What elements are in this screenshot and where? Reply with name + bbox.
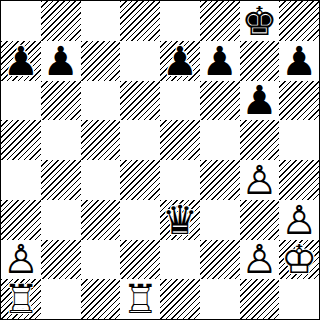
square-a4[interactable] (1, 160, 41, 200)
piece-black-pawn[interactable]: ♟♟ (279, 41, 319, 81)
square-a6[interactable] (1, 81, 41, 121)
white-pawn-glyph: ♙ (279, 200, 319, 240)
square-g6[interactable]: ♟♟ (240, 81, 280, 121)
square-h1[interactable] (279, 279, 319, 319)
square-g2[interactable]: ♟♙ (240, 240, 280, 280)
piece-white-pawn[interactable]: ♟♙ (240, 240, 280, 280)
square-c3[interactable] (81, 200, 121, 240)
piece-black-pawn[interactable]: ♟♟ (41, 41, 81, 81)
square-c2[interactable] (81, 240, 121, 280)
square-e1[interactable] (160, 279, 200, 319)
square-h8[interactable] (279, 1, 319, 41)
square-g3[interactable] (240, 200, 280, 240)
square-h6[interactable] (279, 81, 319, 121)
white-king-glyph: ♔ (279, 240, 319, 280)
square-e3[interactable]: ♛♛ (160, 200, 200, 240)
square-a5[interactable] (1, 120, 41, 160)
white-rook-glyph: ♖ (120, 279, 160, 319)
black-pawn-glyph: ♟ (200, 41, 240, 81)
piece-black-queen[interactable]: ♛♛ (160, 200, 200, 240)
piece-white-rook[interactable]: ♜♖ (120, 279, 160, 319)
square-d4[interactable] (120, 160, 160, 200)
square-d1[interactable]: ♜♖ (120, 279, 160, 319)
chess-board: ♚♚♟♟♟♟♟♟♟♟♟♟♟♟♟♙♛♛♟♙♟♙♟♙♚♔♜♖♜♖ (0, 0, 320, 320)
square-d3[interactable] (120, 200, 160, 240)
black-pawn-glyph: ♟ (240, 81, 280, 121)
piece-white-pawn[interactable]: ♟♙ (240, 160, 280, 200)
square-g8[interactable]: ♚♚ (240, 1, 280, 41)
black-pawn-glyph: ♟ (279, 41, 319, 81)
square-f5[interactable] (200, 120, 240, 160)
square-d6[interactable] (120, 81, 160, 121)
white-rook-glyph: ♖ (1, 279, 41, 319)
square-e5[interactable] (160, 120, 200, 160)
square-h5[interactable] (279, 120, 319, 160)
white-pawn-glyph: ♙ (1, 240, 41, 280)
square-c5[interactable] (81, 120, 121, 160)
piece-white-rook[interactable]: ♜♖ (1, 279, 41, 319)
square-d2[interactable] (120, 240, 160, 280)
square-f8[interactable] (200, 1, 240, 41)
square-a3[interactable] (1, 200, 41, 240)
square-h3[interactable]: ♟♙ (279, 200, 319, 240)
square-e4[interactable] (160, 160, 200, 200)
black-king-glyph: ♚ (240, 1, 280, 41)
square-b3[interactable] (41, 200, 81, 240)
square-h4[interactable] (279, 160, 319, 200)
square-f3[interactable] (200, 200, 240, 240)
piece-black-king[interactable]: ♚♚ (240, 1, 280, 41)
piece-white-pawn[interactable]: ♟♙ (279, 200, 319, 240)
square-b6[interactable] (41, 81, 81, 121)
square-f6[interactable] (200, 81, 240, 121)
piece-black-pawn[interactable]: ♟♟ (160, 41, 200, 81)
piece-white-king[interactable]: ♚♔ (279, 240, 319, 280)
square-g5[interactable] (240, 120, 280, 160)
square-f7[interactable]: ♟♟ (200, 41, 240, 81)
piece-black-pawn[interactable]: ♟♟ (1, 41, 41, 81)
square-c8[interactable] (81, 1, 121, 41)
black-queen-glyph: ♛ (160, 200, 200, 240)
piece-black-pawn[interactable]: ♟♟ (200, 41, 240, 81)
square-e7[interactable]: ♟♟ (160, 41, 200, 81)
square-a8[interactable] (1, 1, 41, 41)
square-b4[interactable] (41, 160, 81, 200)
square-g1[interactable] (240, 279, 280, 319)
square-g4[interactable]: ♟♙ (240, 160, 280, 200)
square-a1[interactable]: ♜♖ (1, 279, 41, 319)
square-h7[interactable]: ♟♟ (279, 41, 319, 81)
square-d5[interactable] (120, 120, 160, 160)
square-a7[interactable]: ♟♟ (1, 41, 41, 81)
square-g7[interactable] (240, 41, 280, 81)
square-h2[interactable]: ♚♔ (279, 240, 319, 280)
square-b8[interactable] (41, 1, 81, 41)
square-f2[interactable] (200, 240, 240, 280)
square-f1[interactable] (200, 279, 240, 319)
square-c1[interactable] (81, 279, 121, 319)
square-e6[interactable] (160, 81, 200, 121)
square-e8[interactable] (160, 1, 200, 41)
square-c6[interactable] (81, 81, 121, 121)
square-d7[interactable] (120, 41, 160, 81)
white-pawn-glyph: ♙ (240, 240, 280, 280)
square-c4[interactable] (81, 160, 121, 200)
square-f4[interactable] (200, 160, 240, 200)
black-pawn-glyph: ♟ (160, 41, 200, 81)
square-b7[interactable]: ♟♟ (41, 41, 81, 81)
black-pawn-glyph: ♟ (1, 41, 41, 81)
square-b1[interactable] (41, 279, 81, 319)
piece-white-pawn[interactable]: ♟♙ (1, 240, 41, 280)
square-a2[interactable]: ♟♙ (1, 240, 41, 280)
black-pawn-glyph: ♟ (41, 41, 81, 81)
piece-black-pawn[interactable]: ♟♟ (240, 81, 280, 121)
square-b2[interactable] (41, 240, 81, 280)
square-c7[interactable] (81, 41, 121, 81)
white-pawn-glyph: ♙ (240, 160, 280, 200)
square-d8[interactable] (120, 1, 160, 41)
square-e2[interactable] (160, 240, 200, 280)
square-b5[interactable] (41, 120, 81, 160)
